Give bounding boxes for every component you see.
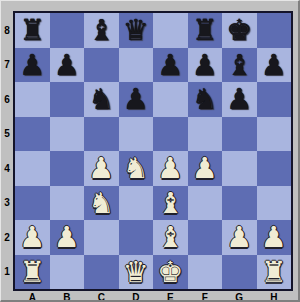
square-b2[interactable]: ♟ [50, 220, 85, 255]
square-g3[interactable] [222, 186, 257, 221]
square-h6[interactable] [257, 82, 292, 117]
square-e3[interactable]: ♝ [153, 186, 188, 221]
file-label-h: H [257, 291, 292, 302]
piece-black-pawn-a7[interactable]: ♟ [19, 48, 45, 83]
piece-white-pawn-c4[interactable]: ♟ [88, 151, 114, 186]
square-c1[interactable] [84, 255, 119, 290]
piece-white-bishop-e3[interactable]: ♝ [157, 186, 183, 221]
square-f3[interactable] [188, 186, 223, 221]
file-label-g: G [222, 291, 257, 302]
square-g1[interactable] [222, 255, 257, 290]
square-h2[interactable]: ♟ [257, 220, 292, 255]
square-g5[interactable] [222, 117, 257, 152]
square-b4[interactable] [50, 151, 85, 186]
square-g4[interactable] [222, 151, 257, 186]
piece-black-king-g8[interactable]: ♚ [226, 13, 252, 48]
square-g6[interactable]: ♟ [222, 82, 257, 117]
square-e7[interactable]: ♟ [153, 48, 188, 83]
square-h4[interactable] [257, 151, 292, 186]
piece-white-rook-a1[interactable]: ♜ [19, 255, 45, 290]
square-h3[interactable] [257, 186, 292, 221]
square-f5[interactable] [188, 117, 223, 152]
square-c6[interactable]: ♞ [84, 82, 119, 117]
square-e4[interactable]: ♟ [153, 151, 188, 186]
square-b1[interactable] [50, 255, 85, 290]
piece-black-bishop-g7[interactable]: ♝ [226, 48, 252, 83]
square-d8[interactable]: ♛ [119, 13, 154, 48]
piece-white-pawn-a2[interactable]: ♟ [19, 220, 45, 255]
square-h8[interactable] [257, 13, 292, 48]
piece-black-knight-c6[interactable]: ♞ [88, 82, 114, 117]
square-a6[interactable] [15, 82, 50, 117]
square-a8[interactable]: ♜ [15, 13, 50, 48]
chessboard: ♜♝♛♜♚♟♟♟♟♝♟♞♟♞♟♟♞♟♟♞♝♟♟♝♟♟♜♛♚♜ [13, 11, 293, 291]
square-g7[interactable]: ♝ [222, 48, 257, 83]
square-a2[interactable]: ♟ [15, 220, 50, 255]
square-b8[interactable] [50, 13, 85, 48]
piece-black-bishop-c8[interactable]: ♝ [88, 13, 114, 48]
file-label-e: E [153, 291, 188, 302]
rank-label-5: 5 [1, 117, 13, 152]
square-b6[interactable] [50, 82, 85, 117]
rank-label-4: 4 [1, 151, 13, 186]
square-c2[interactable] [84, 220, 119, 255]
piece-white-bishop-e2[interactable]: ♝ [157, 220, 183, 255]
square-d2[interactable] [119, 220, 154, 255]
piece-black-pawn-g6[interactable]: ♟ [226, 82, 252, 117]
piece-black-knight-f6[interactable]: ♞ [192, 82, 218, 117]
piece-white-pawn-e4[interactable]: ♟ [157, 151, 183, 186]
square-f8[interactable]: ♜ [188, 13, 223, 48]
piece-white-king-e1[interactable]: ♚ [157, 255, 183, 290]
square-d4[interactable]: ♞ [119, 151, 154, 186]
piece-black-pawn-h7[interactable]: ♟ [261, 48, 287, 83]
square-a4[interactable] [15, 151, 50, 186]
square-h5[interactable] [257, 117, 292, 152]
file-label-f: F [188, 291, 223, 302]
square-e6[interactable] [153, 82, 188, 117]
rank-label-6: 6 [1, 82, 13, 117]
square-c8[interactable]: ♝ [84, 13, 119, 48]
square-a3[interactable] [15, 186, 50, 221]
file-label-b: B [50, 291, 85, 302]
square-a5[interactable] [15, 117, 50, 152]
chessboard-frame: ♜♝♛♜♚♟♟♟♟♝♟♞♟♞♟♟♞♟♟♞♝♟♟♝♟♟♜♛♚♜ 87654321 … [0, 0, 300, 302]
file-labels: ABCDEFGH [15, 291, 291, 302]
square-f2[interactable] [188, 220, 223, 255]
square-a7[interactable]: ♟ [15, 48, 50, 83]
piece-white-pawn-b2[interactable]: ♟ [54, 220, 80, 255]
square-f4[interactable]: ♟ [188, 151, 223, 186]
square-d1[interactable]: ♛ [119, 255, 154, 290]
piece-white-pawn-h2[interactable]: ♟ [261, 220, 287, 255]
square-a1[interactable]: ♜ [15, 255, 50, 290]
square-e1[interactable]: ♚ [153, 255, 188, 290]
piece-white-pawn-f4[interactable]: ♟ [192, 151, 218, 186]
piece-black-pawn-b7[interactable]: ♟ [54, 48, 80, 83]
piece-black-queen-d8[interactable]: ♛ [123, 13, 149, 48]
piece-black-pawn-f7[interactable]: ♟ [192, 48, 218, 83]
square-d7[interactable] [119, 48, 154, 83]
square-h1[interactable]: ♜ [257, 255, 292, 290]
rank-label-2: 2 [1, 220, 13, 255]
piece-white-rook-h1[interactable]: ♜ [261, 255, 287, 290]
piece-black-rook-f8[interactable]: ♜ [192, 13, 218, 48]
square-f7[interactable]: ♟ [188, 48, 223, 83]
square-f1[interactable] [188, 255, 223, 290]
piece-white-queen-d1[interactable]: ♛ [123, 255, 149, 290]
square-f6[interactable]: ♞ [188, 82, 223, 117]
square-d3[interactable] [119, 186, 154, 221]
rank-labels: 87654321 [1, 13, 13, 289]
square-c7[interactable] [84, 48, 119, 83]
file-label-c: C [84, 291, 119, 302]
piece-black-pawn-d6[interactable]: ♟ [123, 82, 149, 117]
square-b5[interactable] [50, 117, 85, 152]
piece-white-pawn-g2[interactable]: ♟ [226, 220, 252, 255]
file-label-a: A [15, 291, 50, 302]
file-label-d: D [119, 291, 154, 302]
piece-black-pawn-e7[interactable]: ♟ [157, 48, 183, 83]
rank-label-1: 1 [1, 255, 13, 290]
rank-label-3: 3 [1, 186, 13, 221]
square-g8[interactable]: ♚ [222, 13, 257, 48]
square-c5[interactable] [84, 117, 119, 152]
square-g2[interactable]: ♟ [222, 220, 257, 255]
piece-white-knight-d4[interactable]: ♞ [123, 151, 149, 186]
square-b7[interactable]: ♟ [50, 48, 85, 83]
rank-label-7: 7 [1, 48, 13, 83]
square-c4[interactable]: ♟ [84, 151, 119, 186]
piece-black-rook-a8[interactable]: ♜ [19, 13, 45, 48]
square-h7[interactable]: ♟ [257, 48, 292, 83]
square-c3[interactable]: ♞ [84, 186, 119, 221]
square-d5[interactable] [119, 117, 154, 152]
square-e8[interactable] [153, 13, 188, 48]
square-b3[interactable] [50, 186, 85, 221]
piece-white-knight-c3[interactable]: ♞ [88, 186, 114, 221]
square-d6[interactable]: ♟ [119, 82, 154, 117]
rank-label-8: 8 [1, 13, 13, 48]
square-e2[interactable]: ♝ [153, 220, 188, 255]
square-e5[interactable] [153, 117, 188, 152]
